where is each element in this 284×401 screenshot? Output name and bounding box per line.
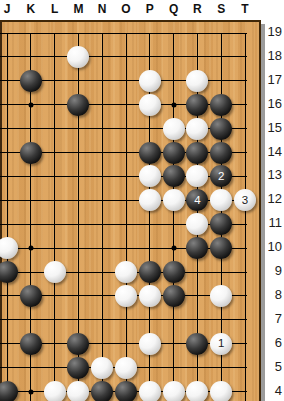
stone-white-P4[interactable]	[139, 381, 161, 401]
stone-white-L4[interactable]	[44, 381, 66, 401]
stone-black-P9[interactable]	[139, 261, 161, 283]
column-label-P: P	[146, 2, 154, 16]
stone-black-R16[interactable]	[186, 94, 208, 116]
stone-white-Q12[interactable]	[163, 189, 185, 211]
star-point-Q10	[171, 246, 176, 251]
stone-black-K14[interactable]	[20, 142, 42, 164]
grid-line-col-Q	[173, 33, 174, 401]
column-label-L: L	[51, 2, 58, 16]
stone-black-N4[interactable]	[91, 381, 113, 401]
grid-line-row-18	[0, 56, 247, 57]
stone-black-K8[interactable]	[20, 285, 42, 307]
row-labels: 19181716151413121110987654	[265, 20, 284, 401]
column-label-J: J	[4, 2, 11, 16]
column-label-N: N	[98, 2, 107, 16]
stone-black-S13[interactable]: 2	[210, 165, 232, 187]
row-label-4: 4	[275, 382, 282, 397]
stone-white-R15[interactable]	[186, 118, 208, 140]
star-point-K16	[28, 102, 33, 107]
stone-black-R12[interactable]: 4	[186, 189, 208, 211]
stone-white-R17[interactable]	[186, 70, 208, 92]
row-label-12: 12	[268, 191, 282, 206]
grid-line-col-L	[54, 33, 55, 401]
stone-black-S14[interactable]	[210, 142, 232, 164]
row-label-11: 11	[269, 215, 283, 230]
stone-black-M5[interactable]	[67, 357, 89, 379]
stone-black-O4[interactable]	[115, 381, 137, 401]
stone-black-J9[interactable]	[0, 261, 18, 283]
column-label-O: O	[121, 2, 130, 16]
grid-line-col-N	[102, 33, 103, 401]
stone-white-M18[interactable]	[67, 46, 89, 68]
column-label-M: M	[73, 2, 83, 16]
row-label-17: 17	[268, 71, 282, 86]
row-label-13: 13	[268, 167, 282, 182]
stone-white-O8[interactable]	[115, 285, 137, 307]
stone-white-S6[interactable]: 1	[210, 333, 232, 355]
stone-white-P16[interactable]	[139, 94, 161, 116]
row-label-14: 14	[268, 143, 282, 158]
row-label-10: 10	[268, 239, 282, 254]
stone-black-K17[interactable]	[20, 70, 42, 92]
stone-black-P14[interactable]	[139, 142, 161, 164]
move-number-label: 3	[242, 195, 248, 207]
stone-white-P8[interactable]	[139, 285, 161, 307]
stone-black-J4[interactable]	[0, 381, 18, 401]
column-label-S: S	[217, 2, 225, 16]
stone-white-P12[interactable]	[139, 189, 161, 211]
stone-white-S8[interactable]	[210, 285, 232, 307]
stone-white-M4[interactable]	[67, 381, 89, 401]
stone-black-R10[interactable]	[186, 237, 208, 259]
stone-white-R13[interactable]	[186, 165, 208, 187]
row-label-7: 7	[275, 310, 282, 325]
column-label-Q: Q	[169, 2, 178, 16]
stone-black-M16[interactable]	[67, 94, 89, 116]
stone-black-Q14[interactable]	[163, 142, 185, 164]
row-label-19: 19	[268, 24, 282, 39]
column-label-T: T	[241, 2, 248, 16]
stone-white-O9[interactable]	[115, 261, 137, 283]
stone-white-S4[interactable]	[210, 381, 232, 401]
stone-black-S10[interactable]	[210, 237, 232, 259]
stone-white-P6[interactable]	[139, 333, 161, 355]
grid-line-row-7	[0, 319, 247, 320]
column-label-R: R	[193, 2, 202, 16]
stone-black-R14[interactable]	[186, 142, 208, 164]
star-point-Q16	[171, 102, 176, 107]
stone-white-P13[interactable]	[139, 165, 161, 187]
stone-black-S15[interactable]	[210, 118, 232, 140]
stone-black-R6[interactable]	[186, 333, 208, 355]
stone-black-M6[interactable]	[67, 333, 89, 355]
stone-black-S11[interactable]	[210, 213, 232, 235]
go-board[interactable]: 2431	[0, 20, 261, 401]
row-label-18: 18	[268, 47, 282, 62]
stone-black-S16[interactable]	[210, 94, 232, 116]
grid-line-col-O	[126, 33, 127, 401]
go-app-screenshot: JKLMNOPQRST 2431 19181716151413121110987…	[0, 0, 284, 401]
stone-black-Q9[interactable]	[163, 261, 185, 283]
stone-white-R11[interactable]	[186, 213, 208, 235]
column-label-K: K	[26, 2, 35, 16]
stone-black-Q13[interactable]	[163, 165, 185, 187]
stone-white-R4[interactable]	[186, 381, 208, 401]
row-label-6: 6	[275, 334, 282, 349]
stone-black-Q8[interactable]	[163, 285, 185, 307]
row-label-5: 5	[275, 358, 282, 373]
stone-white-Q15[interactable]	[163, 118, 185, 140]
stone-black-K6[interactable]	[20, 333, 42, 355]
row-label-8: 8	[275, 286, 282, 301]
stone-white-Q4[interactable]	[163, 381, 185, 401]
grid-line-row-19	[0, 33, 247, 34]
grid-line-col-T	[245, 33, 246, 401]
move-number-label: 2	[218, 171, 224, 183]
stone-white-S12[interactable]	[210, 189, 232, 211]
move-number-label: 4	[194, 195, 200, 207]
stone-white-J10[interactable]	[0, 237, 18, 259]
row-label-16: 16	[268, 95, 282, 110]
star-point-K4	[28, 389, 33, 394]
grid-line-col-J	[7, 33, 8, 401]
stone-white-T12[interactable]: 3	[234, 189, 256, 211]
stone-white-P17[interactable]	[139, 70, 161, 92]
stone-white-O5[interactable]	[115, 357, 137, 379]
stone-white-N5[interactable]	[91, 357, 113, 379]
star-point-K10	[28, 246, 33, 251]
column-labels: JKLMNOPQRST	[0, 0, 261, 20]
stone-white-L9[interactable]	[44, 261, 66, 283]
row-label-15: 15	[268, 119, 282, 134]
move-number-label: 1	[218, 338, 224, 350]
row-label-9: 9	[275, 263, 282, 278]
